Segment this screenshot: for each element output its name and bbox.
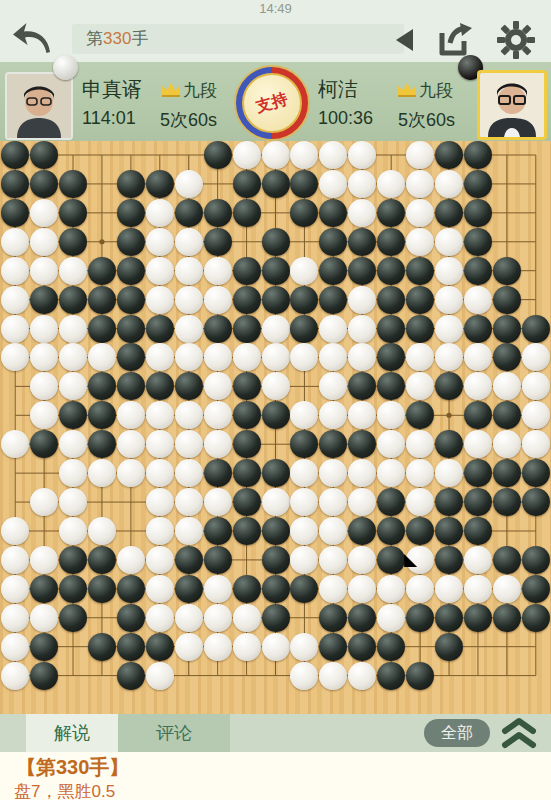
stone-white	[175, 257, 203, 285]
stone-white	[175, 228, 203, 256]
prev-move-icon[interactable]	[396, 29, 413, 51]
stone-black	[117, 199, 145, 227]
stone-black	[522, 315, 550, 343]
move-suffix: 手	[131, 29, 148, 48]
stone-black	[30, 286, 58, 314]
right-player-byoyomi: 5次60s	[398, 108, 455, 132]
stone-black	[493, 604, 521, 632]
stone-black	[493, 315, 521, 343]
stone-white	[348, 575, 376, 603]
support-badge[interactable]: 支持	[234, 65, 310, 141]
stone-black	[464, 315, 492, 343]
stone-black	[406, 257, 434, 285]
stone-white	[522, 401, 550, 429]
stone-black	[464, 228, 492, 256]
stone-black	[30, 662, 58, 690]
stone-white	[435, 286, 463, 314]
go-board[interactable]	[0, 141, 551, 714]
stone-black	[377, 199, 405, 227]
stone-black	[348, 633, 376, 661]
stone-black	[406, 315, 434, 343]
stone-white	[233, 141, 261, 169]
stone-white	[233, 343, 261, 371]
stone-white	[406, 575, 434, 603]
stone-white	[377, 575, 405, 603]
stone-black	[117, 604, 145, 632]
stone-black	[1, 199, 29, 227]
stone-white	[146, 228, 174, 256]
stone-black	[233, 430, 261, 458]
stone-black	[493, 401, 521, 429]
stone-black	[319, 286, 347, 314]
stone-white	[406, 141, 434, 169]
stone-black	[522, 546, 550, 574]
stone-black	[435, 604, 463, 632]
stone-black	[435, 517, 463, 545]
stone-black	[204, 141, 232, 169]
stone-black	[464, 257, 492, 285]
stone-white	[175, 459, 203, 487]
stone-black	[1, 170, 29, 198]
stone-white	[435, 170, 463, 198]
stone-black	[204, 315, 232, 343]
stone-black	[435, 488, 463, 516]
stone-black	[117, 575, 145, 603]
stone-white	[262, 372, 290, 400]
stone-black	[435, 141, 463, 169]
tab-commentary[interactable]: 解说	[26, 714, 118, 752]
stone-black	[319, 633, 347, 661]
stone-white	[290, 662, 318, 690]
stone-white	[175, 401, 203, 429]
commentary-title: 【第330手】	[16, 754, 129, 781]
left-player-time: 114:01	[82, 108, 136, 129]
stone-white	[464, 430, 492, 458]
stone-white	[204, 401, 232, 429]
settings-gear-icon[interactable]	[496, 20, 536, 60]
stone-black	[493, 459, 521, 487]
stone-black	[117, 662, 145, 690]
stone-white	[30, 546, 58, 574]
stone-white	[290, 257, 318, 285]
stone-white	[464, 286, 492, 314]
stone-white	[464, 546, 492, 574]
move-prefix: 第	[86, 29, 103, 48]
stone-white	[146, 517, 174, 545]
stone-black	[233, 517, 261, 545]
stone-white	[175, 488, 203, 516]
stone-white	[59, 459, 87, 487]
stone-black	[30, 170, 58, 198]
stone-white	[522, 372, 550, 400]
stone-white	[290, 633, 318, 661]
stone-white	[377, 170, 405, 198]
stone-white	[1, 633, 29, 661]
stone-black	[262, 401, 290, 429]
stone-white	[175, 517, 203, 545]
stone-black	[522, 488, 550, 516]
stone-white	[435, 228, 463, 256]
stone-black	[175, 546, 203, 574]
stone-black	[406, 662, 434, 690]
stone-black	[117, 286, 145, 314]
stone-white	[30, 488, 58, 516]
stone-black	[493, 546, 521, 574]
stone-black	[233, 199, 261, 227]
stone-black	[319, 199, 347, 227]
stone-black	[175, 372, 203, 400]
stone-black	[88, 546, 116, 574]
stone-white	[493, 575, 521, 603]
stone-white	[59, 257, 87, 285]
stone-white	[175, 343, 203, 371]
stone-black	[175, 199, 203, 227]
stone-black	[204, 517, 232, 545]
stone-black	[30, 633, 58, 661]
stone-black	[493, 286, 521, 314]
stone-black	[88, 286, 116, 314]
stone-white	[464, 575, 492, 603]
all-filter-button[interactable]: 全部	[424, 719, 490, 747]
stone-black	[146, 170, 174, 198]
stone-black	[233, 459, 261, 487]
stone-white	[348, 286, 376, 314]
stone-black	[117, 633, 145, 661]
last-move-marker	[404, 554, 417, 567]
stone-black	[1, 141, 29, 169]
stone-black	[88, 315, 116, 343]
stone-white	[146, 662, 174, 690]
move-indicator[interactable]: 第330手	[72, 24, 404, 54]
stone-white	[262, 343, 290, 371]
stone-black	[59, 199, 87, 227]
crown-icon	[162, 82, 180, 97]
stone-white	[204, 430, 232, 458]
stone-black	[377, 286, 405, 314]
stone-black	[59, 228, 87, 256]
stone-black	[406, 286, 434, 314]
stone-white	[348, 199, 376, 227]
crown-icon	[398, 82, 416, 97]
stone-black	[262, 286, 290, 314]
stone-black	[146, 372, 174, 400]
stone-white	[59, 488, 87, 516]
stone-black	[377, 315, 405, 343]
stone-black	[464, 604, 492, 632]
stone-black	[233, 257, 261, 285]
stone-black	[464, 488, 492, 516]
stone-black	[377, 257, 405, 285]
stone-black	[59, 575, 87, 603]
stone-white	[88, 517, 116, 545]
stone-white	[117, 401, 145, 429]
right-player-rank: 九段	[398, 79, 453, 102]
stone-black	[464, 141, 492, 169]
stone-white	[233, 633, 261, 661]
tab-comments[interactable]: 评论	[118, 714, 230, 752]
stone-white	[493, 430, 521, 458]
stone-white	[204, 372, 232, 400]
white-stone-indicator	[53, 55, 78, 80]
stone-black	[522, 575, 550, 603]
status-bar-time: 14:49	[0, 0, 551, 17]
stone-black	[233, 488, 261, 516]
stone-white	[30, 257, 58, 285]
stone-white	[146, 430, 174, 458]
stone-black	[406, 604, 434, 632]
stone-black	[377, 517, 405, 545]
stone-white	[319, 662, 347, 690]
stone-white	[348, 315, 376, 343]
stone-white	[117, 546, 145, 574]
stone-white	[348, 546, 376, 574]
stone-white	[146, 286, 174, 314]
stone-black	[377, 662, 405, 690]
stone-white	[348, 170, 376, 198]
stone-white	[262, 141, 290, 169]
stone-white	[435, 575, 463, 603]
stone-white	[175, 286, 203, 314]
stone-white	[30, 315, 58, 343]
right-player-avatar[interactable]	[477, 70, 547, 140]
stone-black	[464, 199, 492, 227]
stone-white	[146, 199, 174, 227]
left-player-avatar[interactable]	[5, 72, 73, 140]
stone-black	[146, 633, 174, 661]
stone-black	[290, 286, 318, 314]
stone-black	[233, 401, 261, 429]
stone-black	[204, 459, 232, 487]
stone-white	[262, 488, 290, 516]
stone-black	[117, 315, 145, 343]
stone-black	[233, 575, 261, 603]
stone-black	[204, 199, 232, 227]
stone-black	[88, 633, 116, 661]
stone-white	[233, 604, 261, 632]
right-player-name: 柯洁	[318, 76, 358, 103]
stone-black	[493, 488, 521, 516]
stone-black	[88, 575, 116, 603]
stone-black	[88, 257, 116, 285]
stone-black	[435, 199, 463, 227]
stone-white	[348, 662, 376, 690]
stone-white	[1, 517, 29, 545]
stone-white	[146, 546, 174, 574]
stone-black	[262, 257, 290, 285]
stone-black	[204, 546, 232, 574]
stone-black	[88, 430, 116, 458]
stone-black	[464, 517, 492, 545]
stone-black	[348, 604, 376, 632]
stone-black	[30, 141, 58, 169]
stone-white	[59, 517, 87, 545]
stone-white	[262, 315, 290, 343]
stone-black	[233, 286, 261, 314]
share-icon[interactable]	[436, 21, 474, 59]
stone-white	[146, 401, 174, 429]
stone-white	[175, 633, 203, 661]
stone-white	[204, 575, 232, 603]
stone-black	[262, 228, 290, 256]
stone-black	[464, 459, 492, 487]
stone-white	[406, 170, 434, 198]
stone-black	[117, 228, 145, 256]
back-arrow-icon[interactable]	[10, 20, 54, 58]
stone-black	[262, 459, 290, 487]
support-badge-text: 支持	[254, 88, 291, 117]
stone-white	[435, 257, 463, 285]
stone-white	[146, 488, 174, 516]
stone-white	[204, 343, 232, 371]
stone-white	[377, 604, 405, 632]
stone-black	[464, 170, 492, 198]
stone-white	[1, 662, 29, 690]
stone-black	[262, 170, 290, 198]
stone-white	[204, 488, 232, 516]
stone-white	[146, 257, 174, 285]
stone-white	[175, 170, 203, 198]
stone-white	[30, 199, 58, 227]
stone-white	[1, 315, 29, 343]
stone-white	[204, 604, 232, 632]
stone-white	[1, 286, 29, 314]
stone-white	[88, 459, 116, 487]
stone-white	[1, 604, 29, 632]
stone-black	[262, 604, 290, 632]
left-player-name: 申真谞	[82, 76, 142, 103]
stone-black	[117, 257, 145, 285]
stone-black	[59, 170, 87, 198]
support-badge-inner: 支持	[242, 73, 302, 133]
stone-white	[204, 257, 232, 285]
stone-black	[30, 575, 58, 603]
stone-black	[175, 575, 203, 603]
stone-black	[146, 315, 174, 343]
stone-black	[319, 604, 347, 632]
stone-black	[262, 546, 290, 574]
stone-white	[406, 488, 434, 516]
stone-black	[435, 546, 463, 574]
stone-white	[175, 315, 203, 343]
stone-black	[319, 228, 347, 256]
move-number: 330	[103, 29, 131, 48]
stone-black	[204, 228, 232, 256]
commentary-body: 盘7，黑胜0.5	[14, 780, 115, 800]
stone-black	[522, 604, 550, 632]
stone-white	[59, 315, 87, 343]
stone-black	[290, 315, 318, 343]
stone-black	[435, 633, 463, 661]
left-player-rank: 九段	[162, 79, 217, 102]
stone-black	[233, 315, 261, 343]
stone-black	[233, 372, 261, 400]
stone-white	[435, 315, 463, 343]
right-player-time: 100:36	[318, 108, 373, 129]
stone-white	[204, 286, 232, 314]
stone-black	[262, 517, 290, 545]
stone-white	[1, 228, 29, 256]
stone-white	[30, 604, 58, 632]
stone-black	[59, 604, 87, 632]
stone-black	[522, 459, 550, 487]
stone-white	[117, 430, 145, 458]
stone-black	[377, 546, 405, 574]
stone-white	[146, 459, 174, 487]
stone-white	[262, 633, 290, 661]
stone-black	[406, 517, 434, 545]
stone-white	[1, 575, 29, 603]
stone-black	[59, 286, 87, 314]
collapse-up-icon[interactable]	[500, 716, 538, 750]
stone-white	[406, 546, 434, 574]
stone-white	[204, 633, 232, 661]
stone-black	[348, 257, 376, 285]
stone-black	[319, 257, 347, 285]
stone-white	[1, 257, 29, 285]
stone-black	[493, 257, 521, 285]
stone-white	[146, 604, 174, 632]
stone-black	[233, 170, 261, 198]
stone-white	[319, 575, 347, 603]
stone-white	[406, 199, 434, 227]
stone-white	[435, 459, 463, 487]
stone-white	[146, 575, 174, 603]
stone-black	[377, 228, 405, 256]
stone-white	[30, 228, 58, 256]
stone-black	[348, 228, 376, 256]
stone-black	[59, 546, 87, 574]
stone-white	[117, 459, 145, 487]
stone-white	[319, 315, 347, 343]
stone-black	[117, 170, 145, 198]
stone-white	[1, 546, 29, 574]
stone-white	[175, 430, 203, 458]
stone-white	[522, 430, 550, 458]
stone-black	[377, 633, 405, 661]
stone-white	[406, 228, 434, 256]
stone-black	[262, 575, 290, 603]
left-player-byoyomi: 5次60s	[160, 108, 217, 132]
stone-white	[175, 604, 203, 632]
